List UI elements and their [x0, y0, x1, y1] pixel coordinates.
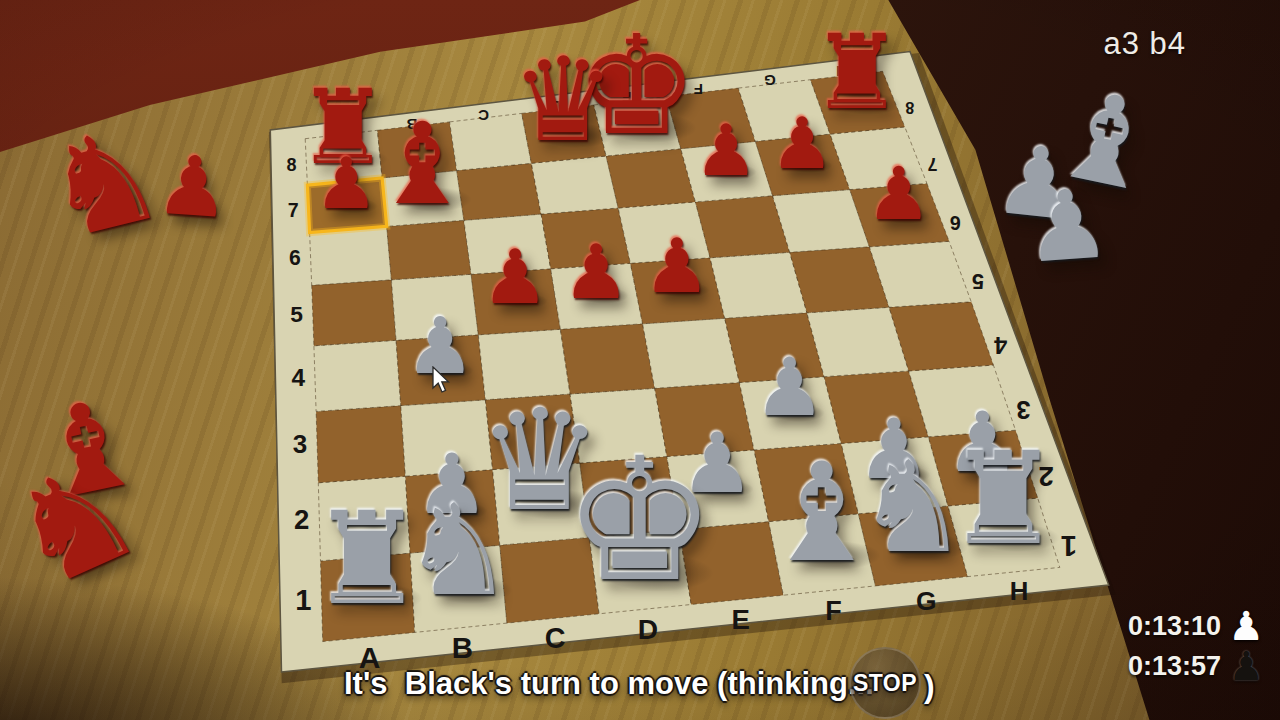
- red-bishop-b7[interactable]: ♝: [372, 108, 473, 221]
- square-a5[interactable]: [312, 280, 396, 346]
- board-coordinate-label: 5: [290, 301, 303, 327]
- red-queen-d8[interactable]: ♛: [511, 42, 615, 158]
- stop-button-label: STOP: [853, 670, 917, 697]
- board-coordinate-label: 5: [972, 269, 984, 294]
- board-coordinate-label: 2: [294, 504, 309, 535]
- black-clock-time: 0:13:57: [1128, 651, 1221, 682]
- status-text-closing-paren: ): [924, 668, 935, 705]
- board-coordinate-label: 6: [289, 246, 301, 269]
- red-pawn-e5[interactable]: ♟: [643, 229, 710, 304]
- square-a3[interactable]: [316, 406, 405, 483]
- square-f5[interactable]: [710, 252, 807, 318]
- red-pawn-f7[interactable]: ♟: [694, 115, 758, 186]
- captured-red-pawn: ♟: [153, 144, 232, 231]
- red-pawn-g7[interactable]: ♟: [770, 108, 834, 179]
- board-coordinate-label: 4: [994, 332, 1007, 358]
- stop-button[interactable]: STOP: [849, 647, 921, 719]
- white-clock: 0:13:10 ♟: [1128, 608, 1264, 644]
- status-text: It's Black's turn to move (thinking...: [344, 666, 882, 702]
- captured-silver-pawn: ♟: [1021, 175, 1114, 277]
- mouse-cursor-icon: [432, 366, 454, 396]
- square-e4[interactable]: [643, 318, 740, 388]
- board-coordinate-label: H: [1010, 577, 1029, 605]
- board-coordinate-label: 4: [292, 364, 306, 391]
- board-coordinate-label: G: [764, 72, 776, 89]
- board-coordinate-label: G: [916, 586, 937, 616]
- board-coordinate-label: C: [478, 107, 489, 124]
- board-coordinate-label: 8: [905, 99, 914, 116]
- square-a4[interactable]: [314, 340, 401, 411]
- white-pawn-icon: ♟: [1228, 608, 1264, 644]
- silver-pawn-f3[interactable]: ♟: [754, 348, 826, 428]
- black-pawn-icon: ♟: [1228, 648, 1264, 684]
- board-coordinate-label: F: [825, 596, 842, 626]
- red-pawn-d5[interactable]: ♟: [562, 235, 629, 310]
- silver-king-d1[interactable]: ♚: [564, 435, 716, 605]
- red-pawn-a7[interactable]: ♟: [315, 148, 379, 219]
- clock-panel: 0:13:10 ♟ 0:13:57 ♟: [1128, 608, 1264, 684]
- board-coordinate-label: B: [452, 631, 473, 664]
- status-bar: It's Black's turn to move (thinking...: [344, 666, 882, 702]
- board-coordinate-label: 8: [287, 155, 297, 175]
- red-pawn-h6[interactable]: ♟: [866, 157, 931, 230]
- board-coordinate-label: 6: [950, 212, 961, 234]
- square-a6[interactable]: [310, 226, 392, 285]
- game-screen: 1234567812345678ABCDEFGHABCDEFGH ♜♚♛♜♟♟♝…: [0, 0, 1280, 720]
- board-coordinate-label: C: [545, 622, 566, 654]
- red-pawn-c5[interactable]: ♟: [481, 240, 548, 315]
- black-clock: 0:13:57 ♟: [1128, 648, 1264, 684]
- board-coordinate-label: 3: [293, 429, 307, 459]
- silver-rook-a1[interactable]: ♜: [310, 495, 425, 623]
- last-move-display: a3 b4: [1103, 26, 1186, 62]
- board-coordinate-label: E: [732, 604, 750, 635]
- board-coordinate-label: 7: [288, 199, 299, 221]
- board-coordinate-label: 1: [1061, 530, 1077, 563]
- white-clock-time: 0:13:10: [1128, 611, 1221, 642]
- silver-bishop-f1[interactable]: ♝: [761, 445, 883, 581]
